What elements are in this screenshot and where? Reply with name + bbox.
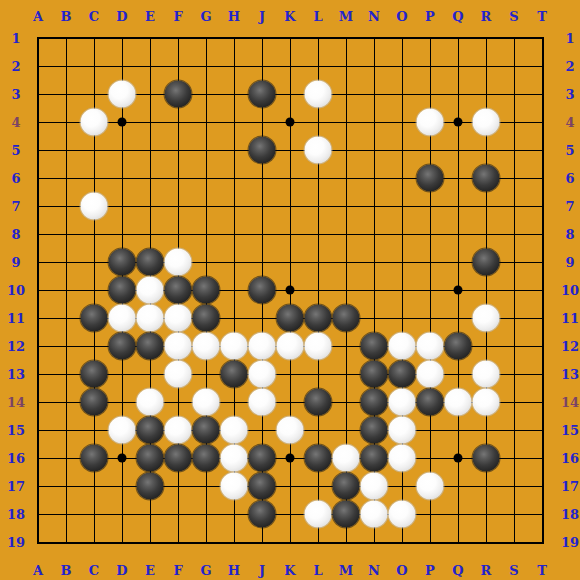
column-label-top: B (61, 9, 72, 24)
row-label-left: 9 (11, 255, 20, 270)
column-label-bottom: T (537, 563, 547, 578)
column-label-top: L (313, 9, 322, 24)
column-label-top: O (396, 9, 407, 24)
row-label-left: 4 (11, 115, 20, 130)
column-label-top: Q (452, 9, 463, 24)
column-label-bottom: Q (452, 563, 463, 578)
row-label-left: 2 (11, 59, 20, 74)
row-label-right: 6 (565, 171, 574, 186)
row-label-right: 8 (565, 227, 574, 242)
row-label-left: 13 (7, 367, 25, 382)
row-label-left: 8 (11, 227, 20, 242)
row-label-right: 15 (561, 423, 579, 438)
row-label-right: 4 (565, 115, 574, 130)
row-label-left: 19 (7, 535, 25, 550)
column-label-bottom: G (200, 563, 211, 578)
row-label-right: 2 (565, 59, 574, 74)
column-label-bottom: P (425, 563, 435, 578)
row-label-right: 12 (561, 339, 579, 354)
column-label-bottom: K (284, 563, 295, 578)
row-label-right: 19 (561, 535, 579, 550)
column-label-bottom: L (313, 563, 322, 578)
row-label-left: 17 (7, 479, 25, 494)
column-label-top: R (481, 9, 492, 24)
column-label-bottom: F (173, 563, 182, 578)
column-label-top: E (145, 9, 155, 24)
row-label-left: 14 (7, 395, 25, 410)
row-label-left: 15 (7, 423, 25, 438)
row-label-left: 12 (7, 339, 25, 354)
column-label-top: D (116, 9, 127, 24)
column-label-bottom: C (89, 563, 99, 578)
row-label-right: 16 (561, 451, 579, 466)
row-label-left: 16 (7, 451, 25, 466)
row-label-left: 11 (7, 311, 25, 326)
row-label-right: 3 (565, 87, 574, 102)
column-label-top: A (33, 9, 43, 24)
row-label-right: 13 (561, 367, 579, 382)
column-label-bottom: M (339, 563, 353, 578)
row-label-left: 5 (11, 143, 20, 158)
column-label-bottom: R (481, 563, 492, 578)
row-label-right: 7 (565, 199, 574, 214)
row-label-left: 6 (11, 171, 20, 186)
column-label-top: S (509, 9, 518, 24)
column-label-top: N (368, 9, 380, 24)
column-label-top: M (339, 9, 353, 24)
row-label-right: 1 (565, 31, 574, 46)
column-label-top: C (89, 9, 99, 24)
column-label-bottom: O (396, 563, 407, 578)
column-label-top: F (173, 9, 182, 24)
column-label-bottom: J (259, 563, 265, 578)
row-label-right: 5 (565, 143, 574, 158)
column-label-top: K (284, 9, 295, 24)
column-label-bottom: E (145, 563, 155, 578)
column-label-bottom: H (228, 563, 240, 578)
go-board[interactable]: AABBCCDDEEFFGGHHJJKKLLMMNNOOPPQQRRSSTT11… (0, 0, 580, 580)
row-label-right: 14 (561, 395, 579, 410)
row-label-left: 3 (11, 87, 20, 102)
column-label-bottom: B (61, 563, 72, 578)
row-label-right: 9 (565, 255, 574, 270)
coordinate-labels-layer: AABBCCDDEEFFGGHHJJKKLLMMNNOOPPQQRRSSTT11… (0, 0, 580, 580)
column-label-bottom: S (509, 563, 518, 578)
row-label-right: 10 (561, 283, 579, 298)
row-label-left: 10 (7, 283, 25, 298)
column-label-top: G (200, 9, 211, 24)
column-label-bottom: A (33, 563, 43, 578)
column-label-bottom: N (368, 563, 380, 578)
row-label-right: 18 (561, 507, 579, 522)
column-label-top: T (537, 9, 547, 24)
column-label-top: P (425, 9, 435, 24)
row-label-left: 1 (11, 31, 20, 46)
row-label-right: 11 (561, 311, 579, 326)
row-label-right: 17 (561, 479, 579, 494)
row-label-left: 18 (7, 507, 25, 522)
column-label-top: H (228, 9, 240, 24)
column-label-top: J (259, 9, 265, 24)
column-label-bottom: D (116, 563, 127, 578)
row-label-left: 7 (11, 199, 20, 214)
